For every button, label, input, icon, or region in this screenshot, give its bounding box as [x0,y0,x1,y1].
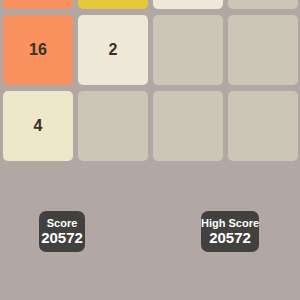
high-score-badge: High Score 20572 [201,211,259,252]
board-2048[interactable]: 1624 [3,0,298,161]
cell-empty [78,91,148,161]
tile-hidden-orange [3,0,73,9]
tile-hidden-yellow [78,0,148,9]
tile-hidden-cream [153,0,223,9]
tile-16: 16 [3,15,73,85]
score-label: Score [47,217,78,230]
score-value: 20572 [41,229,83,246]
high-score-label: High Score [201,217,259,230]
cell-empty [153,15,223,85]
score-badge: Score 20572 [39,211,85,252]
tile-4: 4 [3,91,73,161]
score-panel: Score 20572 High Score 20572 [0,211,300,252]
cell-empty [228,0,298,9]
cell-empty [228,91,298,161]
cell-empty [228,15,298,85]
cell-empty [153,91,223,161]
game-screen: 1624 Score 20572 High Score 20572 [0,0,300,300]
high-score-value: 20572 [209,229,251,246]
tile-2: 2 [78,15,148,85]
